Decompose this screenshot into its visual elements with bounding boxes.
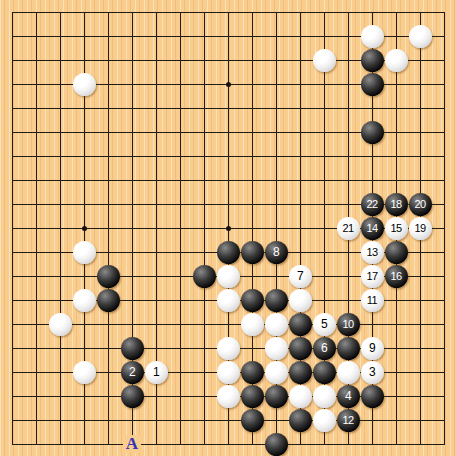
white-stone	[313, 409, 336, 432]
black-stone	[361, 73, 384, 96]
white-stone: 15	[385, 217, 408, 240]
black-stone	[241, 361, 264, 384]
black-stone: 10	[337, 313, 360, 336]
white-stone	[217, 337, 240, 360]
star-point	[226, 226, 231, 231]
white-stone	[265, 337, 288, 360]
white-stone	[241, 313, 264, 336]
black-stone	[337, 337, 360, 360]
black-stone	[217, 241, 240, 264]
star-point	[226, 82, 231, 87]
black-stone	[361, 49, 384, 72]
white-stone	[265, 361, 288, 384]
white-stone	[49, 313, 72, 336]
white-stone	[73, 289, 96, 312]
black-stone	[265, 289, 288, 312]
white-stone	[217, 385, 240, 408]
white-stone: 5	[313, 313, 336, 336]
move-number: 7	[297, 270, 303, 282]
go-board[interactable]: 22182021141519813717161151069213412A	[0, 0, 456, 456]
white-stone: 1	[145, 361, 168, 384]
black-stone	[121, 337, 144, 360]
move-number: 1	[153, 366, 159, 378]
point-label-A: A	[123, 435, 141, 453]
move-number: 15	[390, 223, 401, 234]
white-stone	[217, 289, 240, 312]
black-stone	[361, 121, 384, 144]
white-stone	[73, 361, 96, 384]
white-stone	[337, 361, 360, 384]
move-number: 17	[366, 271, 377, 282]
move-number: 18	[390, 199, 401, 210]
white-stone: 13	[361, 241, 384, 264]
black-stone	[265, 385, 288, 408]
black-stone	[97, 289, 120, 312]
black-stone	[97, 265, 120, 288]
black-stone	[193, 265, 216, 288]
move-number: 13	[366, 247, 377, 258]
black-stone	[289, 313, 312, 336]
black-stone: 22	[361, 193, 384, 216]
move-number: 10	[342, 319, 353, 330]
move-number: 4	[345, 390, 351, 402]
black-stone	[289, 361, 312, 384]
stones-grid: 22182021141519813717161151069213412A	[0, 0, 456, 456]
move-number: 12	[342, 415, 353, 426]
black-stone: 12	[337, 409, 360, 432]
black-stone: 16	[385, 265, 408, 288]
white-stone	[73, 241, 96, 264]
white-stone: 3	[361, 361, 384, 384]
move-number: 20	[414, 199, 425, 210]
white-stone	[217, 361, 240, 384]
move-number: 8	[273, 246, 279, 258]
white-stone: 11	[361, 289, 384, 312]
white-stone: 9	[361, 337, 384, 360]
black-stone	[241, 385, 264, 408]
star-point	[82, 226, 87, 231]
white-stone	[73, 73, 96, 96]
white-stone	[313, 385, 336, 408]
white-stone	[313, 49, 336, 72]
black-stone	[241, 289, 264, 312]
black-stone: 8	[265, 241, 288, 264]
white-stone: 21	[337, 217, 360, 240]
black-stone	[241, 241, 264, 264]
move-number: 16	[390, 271, 401, 282]
white-stone	[361, 25, 384, 48]
move-number: 19	[414, 223, 425, 234]
white-stone	[217, 265, 240, 288]
move-number: 21	[342, 223, 353, 234]
black-stone: 6	[313, 337, 336, 360]
move-number: 5	[321, 318, 327, 330]
black-stone: 4	[337, 385, 360, 408]
black-stone	[313, 361, 336, 384]
move-number: 22	[366, 199, 377, 210]
white-stone: 17	[361, 265, 384, 288]
black-stone	[385, 241, 408, 264]
white-stone	[289, 289, 312, 312]
black-stone	[121, 385, 144, 408]
black-stone	[289, 337, 312, 360]
move-number: 2	[129, 366, 135, 378]
white-stone: 19	[409, 217, 432, 240]
white-stone	[265, 313, 288, 336]
move-number: 14	[366, 223, 377, 234]
move-number: 11	[367, 295, 377, 306]
black-stone: 20	[409, 193, 432, 216]
white-stone	[409, 25, 432, 48]
move-number: 6	[321, 342, 327, 354]
move-number: 9	[369, 342, 375, 354]
white-stone: 7	[289, 265, 312, 288]
black-stone: 2	[121, 361, 144, 384]
white-stone	[289, 385, 312, 408]
white-stone	[385, 49, 408, 72]
black-stone: 14	[361, 217, 384, 240]
black-stone: 18	[385, 193, 408, 216]
black-stone	[241, 409, 264, 432]
black-stone	[265, 433, 288, 456]
move-number: 3	[369, 366, 375, 378]
black-stone	[289, 409, 312, 432]
black-stone	[361, 385, 384, 408]
